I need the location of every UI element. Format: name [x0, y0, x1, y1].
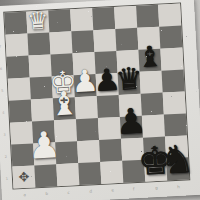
square-e7[interactable]	[93, 29, 116, 52]
square-d2[interactable]	[77, 140, 100, 163]
square-b7[interactable]	[27, 32, 50, 55]
rank-label-6: 6	[0, 66, 2, 70]
square-g8[interactable]	[136, 5, 159, 28]
rank-label-2: 2	[4, 154, 7, 158]
corner-logo: ✥	[18, 170, 30, 184]
square-c7[interactable]	[49, 31, 72, 54]
board-brand-text: Chess	[0, 48, 1, 65]
square-e2[interactable]	[99, 139, 122, 162]
square-h8[interactable]	[158, 4, 181, 27]
square-e1[interactable]	[100, 161, 123, 184]
square-a8[interactable]	[4, 12, 27, 35]
rank-label-5: 5	[1, 88, 4, 92]
square-e8[interactable]	[92, 7, 115, 30]
square-c8[interactable]	[48, 9, 71, 32]
square-h6[interactable]	[160, 48, 183, 71]
square-d4[interactable]	[75, 96, 98, 119]
chess-board: Chess ♛♝♚♟♟♛♝♟♟✥♚♞ abcdefgh 87654321	[0, 0, 200, 200]
black-knight[interactable]: ♞	[159, 140, 196, 180]
square-h5[interactable]	[162, 69, 185, 92]
file-label-c: c	[67, 190, 69, 195]
file-label-e: e	[111, 187, 114, 192]
file-label-a: a	[23, 192, 26, 197]
square-b1[interactable]	[34, 164, 57, 187]
square-a5[interactable]	[8, 78, 31, 101]
file-label-g: g	[155, 185, 158, 190]
square-g3[interactable]	[142, 115, 165, 138]
dust-speckles	[0, 0, 1, 1]
square-h1[interactable]: ♞	[166, 157, 189, 180]
photo-scene: Chess ♛♝♚♟♟♛♝♟♟✥♚♞ abcdefgh 87654321	[0, 0, 200, 200]
square-f5[interactable]: ♛	[118, 72, 141, 95]
rank-label-4: 4	[2, 110, 5, 114]
square-b2[interactable]: ♟	[33, 142, 56, 165]
square-f3[interactable]: ♟	[120, 116, 143, 139]
file-label-d: d	[89, 189, 92, 194]
square-a4[interactable]	[9, 100, 32, 123]
square-f8[interactable]	[114, 6, 137, 29]
square-a6[interactable]	[7, 56, 30, 79]
rank-label-1: 1	[6, 176, 9, 180]
square-d7[interactable]	[71, 30, 94, 53]
square-c4[interactable]: ♝	[53, 97, 76, 120]
square-a1[interactable]: ✥	[12, 165, 35, 188]
square-f7[interactable]	[115, 28, 138, 51]
file-label-h: h	[177, 184, 180, 189]
file-label-b: b	[45, 191, 48, 196]
rank-label-7: 7	[0, 44, 1, 48]
square-g5[interactable]	[140, 71, 163, 94]
square-h7[interactable]	[159, 26, 182, 49]
board-grid: ♛♝♚♟♟♛♝♟♟✥♚♞	[4, 4, 189, 189]
rank-label-3: 3	[3, 132, 6, 136]
square-c2[interactable]	[55, 141, 78, 164]
square-b8[interactable]: ♛	[26, 10, 49, 33]
white-queen[interactable]: ♛	[26, 8, 49, 33]
square-d1[interactable]	[78, 162, 101, 185]
square-d3[interactable]	[76, 118, 99, 141]
square-h4[interactable]	[163, 91, 186, 114]
square-h3[interactable]	[164, 113, 187, 136]
file-label-f: f	[133, 186, 135, 191]
square-c1[interactable]	[56, 163, 79, 186]
square-a7[interactable]	[5, 34, 28, 57]
square-d8[interactable]	[70, 8, 93, 31]
